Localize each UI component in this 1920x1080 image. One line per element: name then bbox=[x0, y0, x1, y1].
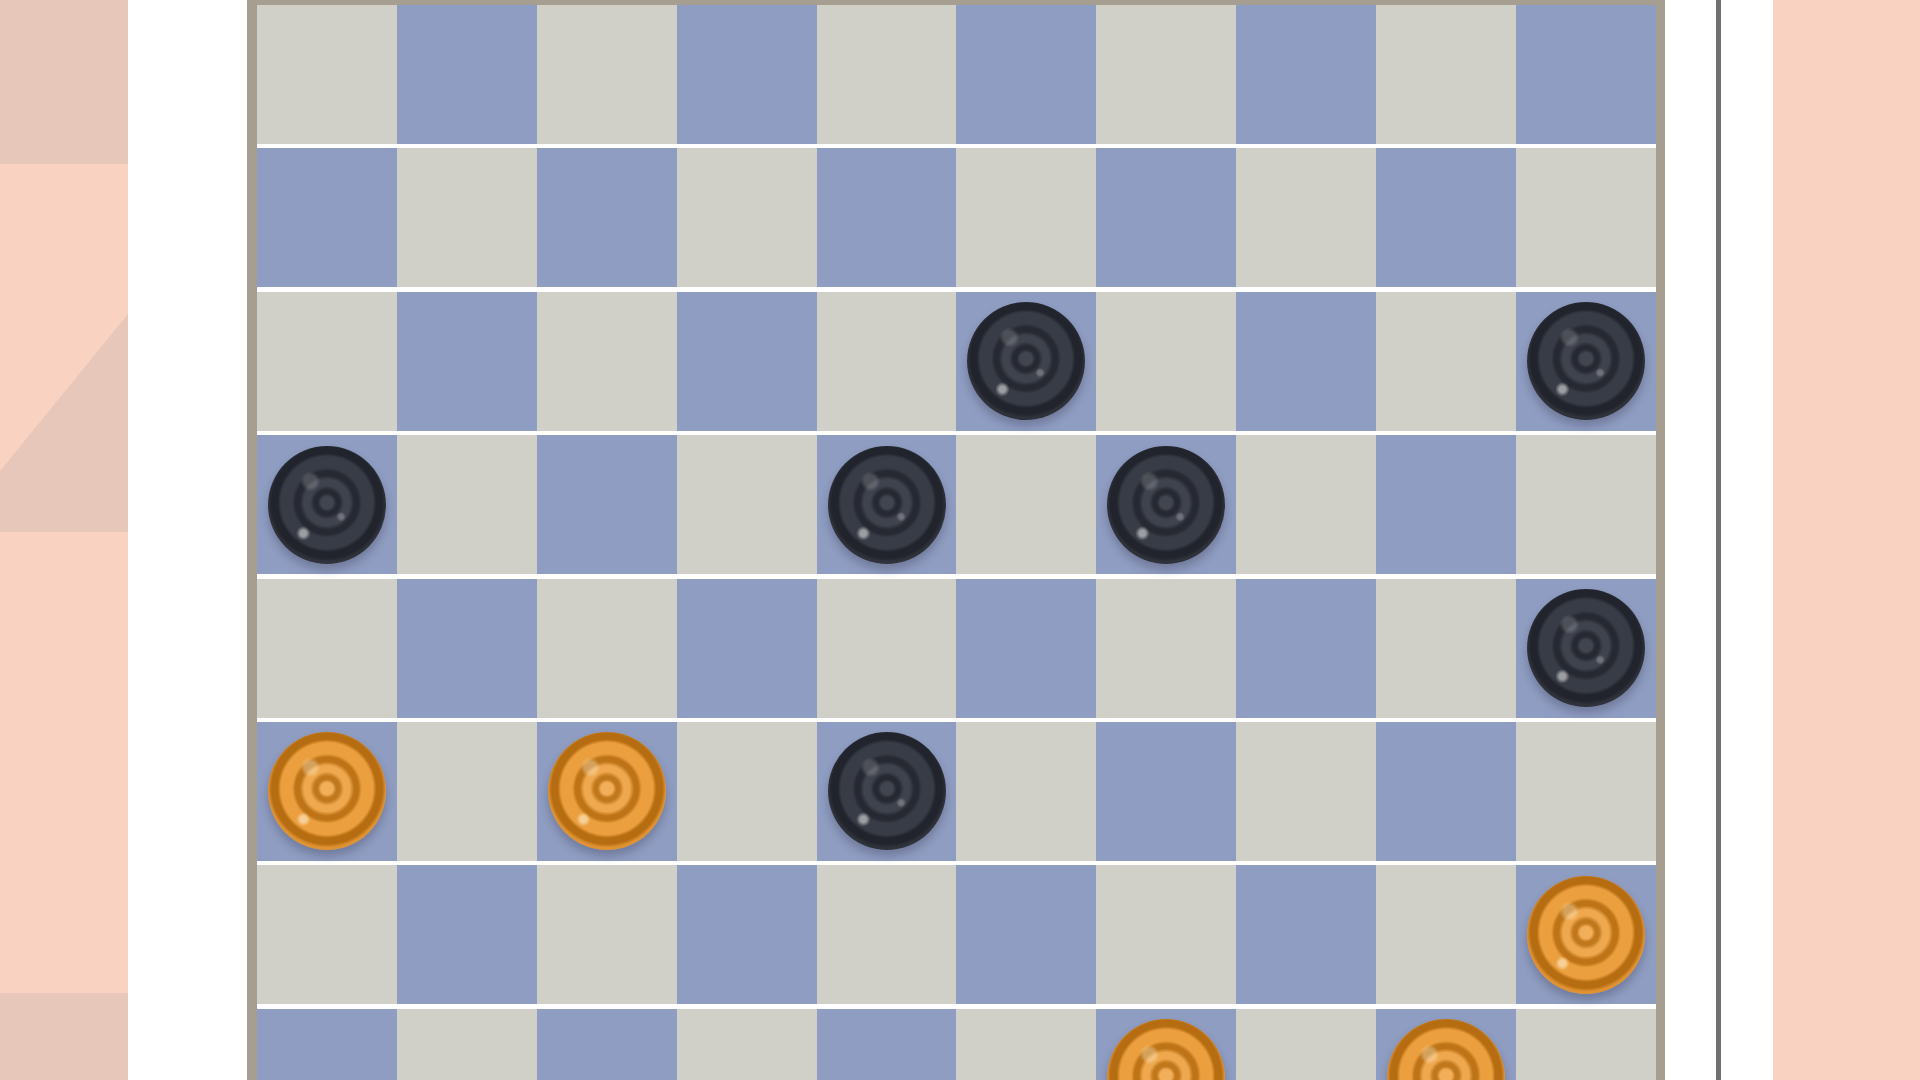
square-r4c1[interactable] bbox=[257, 435, 397, 574]
black-piece-r3c6[interactable] bbox=[967, 302, 1085, 420]
square-r1c8[interactable] bbox=[1236, 5, 1376, 144]
square-r3c3[interactable] bbox=[537, 292, 677, 431]
square-r1c3[interactable] bbox=[537, 5, 677, 144]
square-r6c2[interactable] bbox=[397, 722, 537, 861]
square-r7c9[interactable] bbox=[1376, 865, 1516, 1004]
square-r5c9[interactable] bbox=[1376, 579, 1516, 718]
square-r2c5[interactable] bbox=[817, 148, 957, 287]
square-r7c10[interactable] bbox=[1516, 865, 1656, 1004]
square-r2c2[interactable] bbox=[397, 148, 537, 287]
square-r2c10[interactable] bbox=[1516, 148, 1656, 287]
square-r5c2[interactable] bbox=[397, 579, 537, 718]
square-r6c8[interactable] bbox=[1236, 722, 1376, 861]
square-r3c9[interactable] bbox=[1376, 292, 1516, 431]
square-r2c3[interactable] bbox=[537, 148, 677, 287]
square-r5c1[interactable] bbox=[257, 579, 397, 718]
square-r6c4[interactable] bbox=[677, 722, 817, 861]
square-r8c6[interactable] bbox=[956, 1009, 1096, 1080]
square-r3c4[interactable] bbox=[677, 292, 817, 431]
square-r4c7[interactable] bbox=[1096, 435, 1236, 574]
square-r6c6[interactable] bbox=[956, 722, 1096, 861]
right-margin bbox=[1665, 0, 1773, 1080]
square-r1c7[interactable] bbox=[1096, 5, 1236, 144]
square-r1c5[interactable] bbox=[817, 5, 957, 144]
square-r1c1[interactable] bbox=[257, 5, 397, 144]
black-piece-r4c1[interactable] bbox=[268, 446, 386, 564]
square-r5c6[interactable] bbox=[956, 579, 1096, 718]
vertical-divider-line bbox=[1716, 0, 1721, 1080]
square-r2c7[interactable] bbox=[1096, 148, 1236, 287]
square-r2c8[interactable] bbox=[1236, 148, 1376, 287]
square-r7c8[interactable] bbox=[1236, 865, 1376, 1004]
black-piece-r4c5[interactable] bbox=[828, 446, 946, 564]
square-r7c4[interactable] bbox=[677, 865, 817, 1004]
square-r4c5[interactable] bbox=[817, 435, 957, 574]
right-background-panel bbox=[1773, 0, 1920, 1080]
square-r8c9[interactable] bbox=[1376, 1009, 1516, 1080]
square-r5c4[interactable] bbox=[677, 579, 817, 718]
page bbox=[0, 0, 1920, 1080]
left-background-dark-band-bottom bbox=[0, 993, 128, 1080]
orange-piece-r8c9[interactable] bbox=[1387, 1019, 1505, 1080]
square-r6c7[interactable] bbox=[1096, 722, 1236, 861]
square-r3c2[interactable] bbox=[397, 292, 537, 431]
left-margin bbox=[128, 0, 247, 1080]
square-r8c5[interactable] bbox=[817, 1009, 957, 1080]
black-piece-r3c10[interactable] bbox=[1527, 302, 1645, 420]
square-r1c2[interactable] bbox=[397, 5, 537, 144]
square-r7c2[interactable] bbox=[397, 865, 537, 1004]
square-r2c1[interactable] bbox=[257, 148, 397, 287]
square-r6c3[interactable] bbox=[537, 722, 677, 861]
square-r4c6[interactable] bbox=[956, 435, 1096, 574]
square-r7c7[interactable] bbox=[1096, 865, 1236, 1004]
square-r5c10[interactable] bbox=[1516, 579, 1656, 718]
left-background-diagonal-shape bbox=[0, 314, 128, 532]
black-piece-r5c10[interactable] bbox=[1527, 589, 1645, 707]
square-r3c8[interactable] bbox=[1236, 292, 1376, 431]
square-r4c8[interactable] bbox=[1236, 435, 1376, 574]
square-r1c9[interactable] bbox=[1376, 5, 1516, 144]
square-r4c2[interactable] bbox=[397, 435, 537, 574]
square-r5c7[interactable] bbox=[1096, 579, 1236, 718]
square-r7c5[interactable] bbox=[817, 865, 957, 1004]
square-r5c8[interactable] bbox=[1236, 579, 1376, 718]
square-r3c1[interactable] bbox=[257, 292, 397, 431]
square-r8c10[interactable] bbox=[1516, 1009, 1656, 1080]
black-piece-r6c5[interactable] bbox=[828, 732, 946, 850]
board-grid bbox=[257, 5, 1656, 1080]
square-r8c3[interactable] bbox=[537, 1009, 677, 1080]
square-r6c5[interactable] bbox=[817, 722, 957, 861]
square-r6c10[interactable] bbox=[1516, 722, 1656, 861]
square-r3c10[interactable] bbox=[1516, 292, 1656, 431]
square-r8c4[interactable] bbox=[677, 1009, 817, 1080]
square-r5c3[interactable] bbox=[537, 579, 677, 718]
left-background-dark-band-top bbox=[0, 0, 128, 164]
square-r1c10[interactable] bbox=[1516, 5, 1656, 144]
square-r2c6[interactable] bbox=[956, 148, 1096, 287]
square-r4c3[interactable] bbox=[537, 435, 677, 574]
orange-piece-r8c7[interactable] bbox=[1107, 1019, 1225, 1080]
square-r8c1[interactable] bbox=[257, 1009, 397, 1080]
square-r7c1[interactable] bbox=[257, 865, 397, 1004]
black-piece-r4c7[interactable] bbox=[1107, 446, 1225, 564]
square-r1c4[interactable] bbox=[677, 5, 817, 144]
square-r3c7[interactable] bbox=[1096, 292, 1236, 431]
square-r4c10[interactable] bbox=[1516, 435, 1656, 574]
square-r6c9[interactable] bbox=[1376, 722, 1516, 861]
checkers-board bbox=[247, 0, 1665, 1080]
square-r2c4[interactable] bbox=[677, 148, 817, 287]
left-background-panel bbox=[0, 0, 128, 1080]
square-r3c6[interactable] bbox=[956, 292, 1096, 431]
square-r8c8[interactable] bbox=[1236, 1009, 1376, 1080]
orange-piece-r7c10[interactable] bbox=[1527, 876, 1645, 994]
square-r5c5[interactable] bbox=[817, 579, 957, 718]
orange-piece-r6c1[interactable] bbox=[268, 732, 386, 850]
square-r8c2[interactable] bbox=[397, 1009, 537, 1080]
square-r7c6[interactable] bbox=[956, 865, 1096, 1004]
square-r2c9[interactable] bbox=[1376, 148, 1516, 287]
square-r3c5[interactable] bbox=[817, 292, 957, 431]
square-r7c3[interactable] bbox=[537, 865, 677, 1004]
square-r6c1[interactable] bbox=[257, 722, 397, 861]
square-r4c4[interactable] bbox=[677, 435, 817, 574]
orange-piece-r6c3[interactable] bbox=[548, 732, 666, 850]
square-r1c6[interactable] bbox=[956, 5, 1096, 144]
square-r8c7[interactable] bbox=[1096, 1009, 1236, 1080]
square-r4c9[interactable] bbox=[1376, 435, 1516, 574]
